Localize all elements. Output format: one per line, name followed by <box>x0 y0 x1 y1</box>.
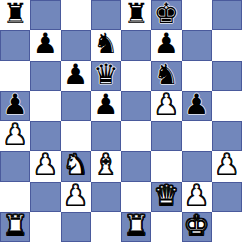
piece-black-knight-f6[interactable]: ♞ <box>154 61 179 89</box>
square-a5[interactable]: ♟ <box>0 91 30 121</box>
square-f4[interactable] <box>151 121 181 151</box>
square-d3[interactable]: ♝ <box>91 151 121 181</box>
square-b2[interactable] <box>30 182 60 212</box>
piece-white-king-g1[interactable]: ♚ <box>184 212 209 240</box>
square-c7[interactable] <box>61 30 91 60</box>
piece-black-knight-d7[interactable]: ♞ <box>93 30 118 58</box>
piece-white-pawn-g2[interactable]: ♟ <box>184 182 209 210</box>
square-a4[interactable]: ♟ <box>0 121 30 151</box>
square-g7[interactable] <box>182 30 212 60</box>
square-e7[interactable] <box>121 30 151 60</box>
square-f5[interactable]: ♟ <box>151 91 181 121</box>
square-c6[interactable]: ♟ <box>61 61 91 91</box>
square-e2[interactable] <box>121 182 151 212</box>
square-e5[interactable] <box>121 91 151 121</box>
square-b6[interactable] <box>30 61 60 91</box>
square-g3[interactable] <box>182 151 212 181</box>
piece-white-queen-f2[interactable]: ♛ <box>154 182 179 210</box>
square-c3[interactable]: ♞ <box>61 151 91 181</box>
square-c4[interactable] <box>61 121 91 151</box>
piece-white-pawn-b3[interactable]: ♟ <box>33 151 58 179</box>
square-d2[interactable] <box>91 182 121 212</box>
piece-black-queen-d6[interactable]: ♛ <box>93 61 118 89</box>
square-e3[interactable] <box>121 151 151 181</box>
piece-white-rook-e1[interactable]: ♜ <box>124 212 149 240</box>
piece-white-rook-a1[interactable]: ♜ <box>3 212 28 240</box>
square-b1[interactable] <box>30 212 60 242</box>
piece-black-pawn-a5[interactable]: ♟ <box>3 91 28 119</box>
square-f6[interactable]: ♞ <box>151 61 181 91</box>
square-f1[interactable] <box>151 212 181 242</box>
piece-black-pawn-c6[interactable]: ♟ <box>63 61 88 89</box>
square-b4[interactable] <box>30 121 60 151</box>
square-d1[interactable] <box>91 212 121 242</box>
piece-white-bishop-d3[interactable]: ♝ <box>93 151 118 179</box>
square-h2[interactable] <box>212 182 242 212</box>
piece-white-knight-c3[interactable]: ♞ <box>63 151 88 179</box>
piece-white-pawn-a4[interactable]: ♟ <box>3 121 28 149</box>
square-d5[interactable]: ♟ <box>91 91 121 121</box>
square-d7[interactable]: ♞ <box>91 30 121 60</box>
square-a8[interactable]: ♜ <box>0 0 30 30</box>
piece-black-pawn-f7[interactable]: ♟ <box>154 30 179 58</box>
piece-black-pawn-d5[interactable]: ♟ <box>93 91 118 119</box>
square-h4[interactable] <box>212 121 242 151</box>
square-c5[interactable] <box>61 91 91 121</box>
square-h1[interactable] <box>212 212 242 242</box>
piece-white-pawn-f5[interactable]: ♟ <box>154 91 179 119</box>
square-a3[interactable] <box>0 151 30 181</box>
square-b3[interactable]: ♟ <box>30 151 60 181</box>
square-f7[interactable]: ♟ <box>151 30 181 60</box>
piece-black-pawn-g5[interactable]: ♟ <box>184 91 209 119</box>
square-h7[interactable] <box>212 30 242 60</box>
square-h5[interactable] <box>212 91 242 121</box>
square-g8[interactable] <box>182 0 212 30</box>
chess-board: ♜♜♚♟♞♟♟♛♞♟♟♟♟♟♟♞♝♟♟♛♟♜♜♚ <box>0 0 242 242</box>
square-d4[interactable] <box>91 121 121 151</box>
square-g2[interactable]: ♟ <box>182 182 212 212</box>
piece-white-pawn-h3[interactable]: ♟ <box>214 151 239 179</box>
piece-black-rook-e8[interactable]: ♜ <box>124 0 149 28</box>
piece-black-rook-a8[interactable]: ♜ <box>3 0 28 28</box>
square-a6[interactable] <box>0 61 30 91</box>
square-b8[interactable] <box>30 0 60 30</box>
square-f8[interactable]: ♚ <box>151 0 181 30</box>
square-e1[interactable]: ♜ <box>121 212 151 242</box>
square-g1[interactable]: ♚ <box>182 212 212 242</box>
square-g4[interactable] <box>182 121 212 151</box>
square-b5[interactable] <box>30 91 60 121</box>
square-a2[interactable] <box>0 182 30 212</box>
square-e8[interactable]: ♜ <box>121 0 151 30</box>
square-c1[interactable] <box>61 212 91 242</box>
square-h6[interactable] <box>212 61 242 91</box>
piece-white-pawn-c2[interactable]: ♟ <box>63 182 88 210</box>
square-c2[interactable]: ♟ <box>61 182 91 212</box>
square-d6[interactable]: ♛ <box>91 61 121 91</box>
square-h8[interactable] <box>212 0 242 30</box>
square-a7[interactable] <box>0 30 30 60</box>
square-e4[interactable] <box>121 121 151 151</box>
square-f3[interactable] <box>151 151 181 181</box>
square-c8[interactable] <box>61 0 91 30</box>
square-d8[interactable] <box>91 0 121 30</box>
square-g5[interactable]: ♟ <box>182 91 212 121</box>
square-a1[interactable]: ♜ <box>0 212 30 242</box>
piece-black-pawn-b7[interactable]: ♟ <box>33 30 58 58</box>
piece-black-king-f8[interactable]: ♚ <box>154 0 179 28</box>
square-f2[interactable]: ♛ <box>151 182 181 212</box>
square-h3[interactable]: ♟ <box>212 151 242 181</box>
square-g6[interactable] <box>182 61 212 91</box>
square-e6[interactable] <box>121 61 151 91</box>
square-b7[interactable]: ♟ <box>30 30 60 60</box>
